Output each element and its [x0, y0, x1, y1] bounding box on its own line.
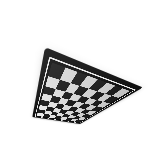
board-square[interactable]	[75, 119, 83, 122]
board-grid	[37, 63, 130, 123]
photo-background	[0, 0, 160, 160]
chessboard	[32, 47, 143, 124]
